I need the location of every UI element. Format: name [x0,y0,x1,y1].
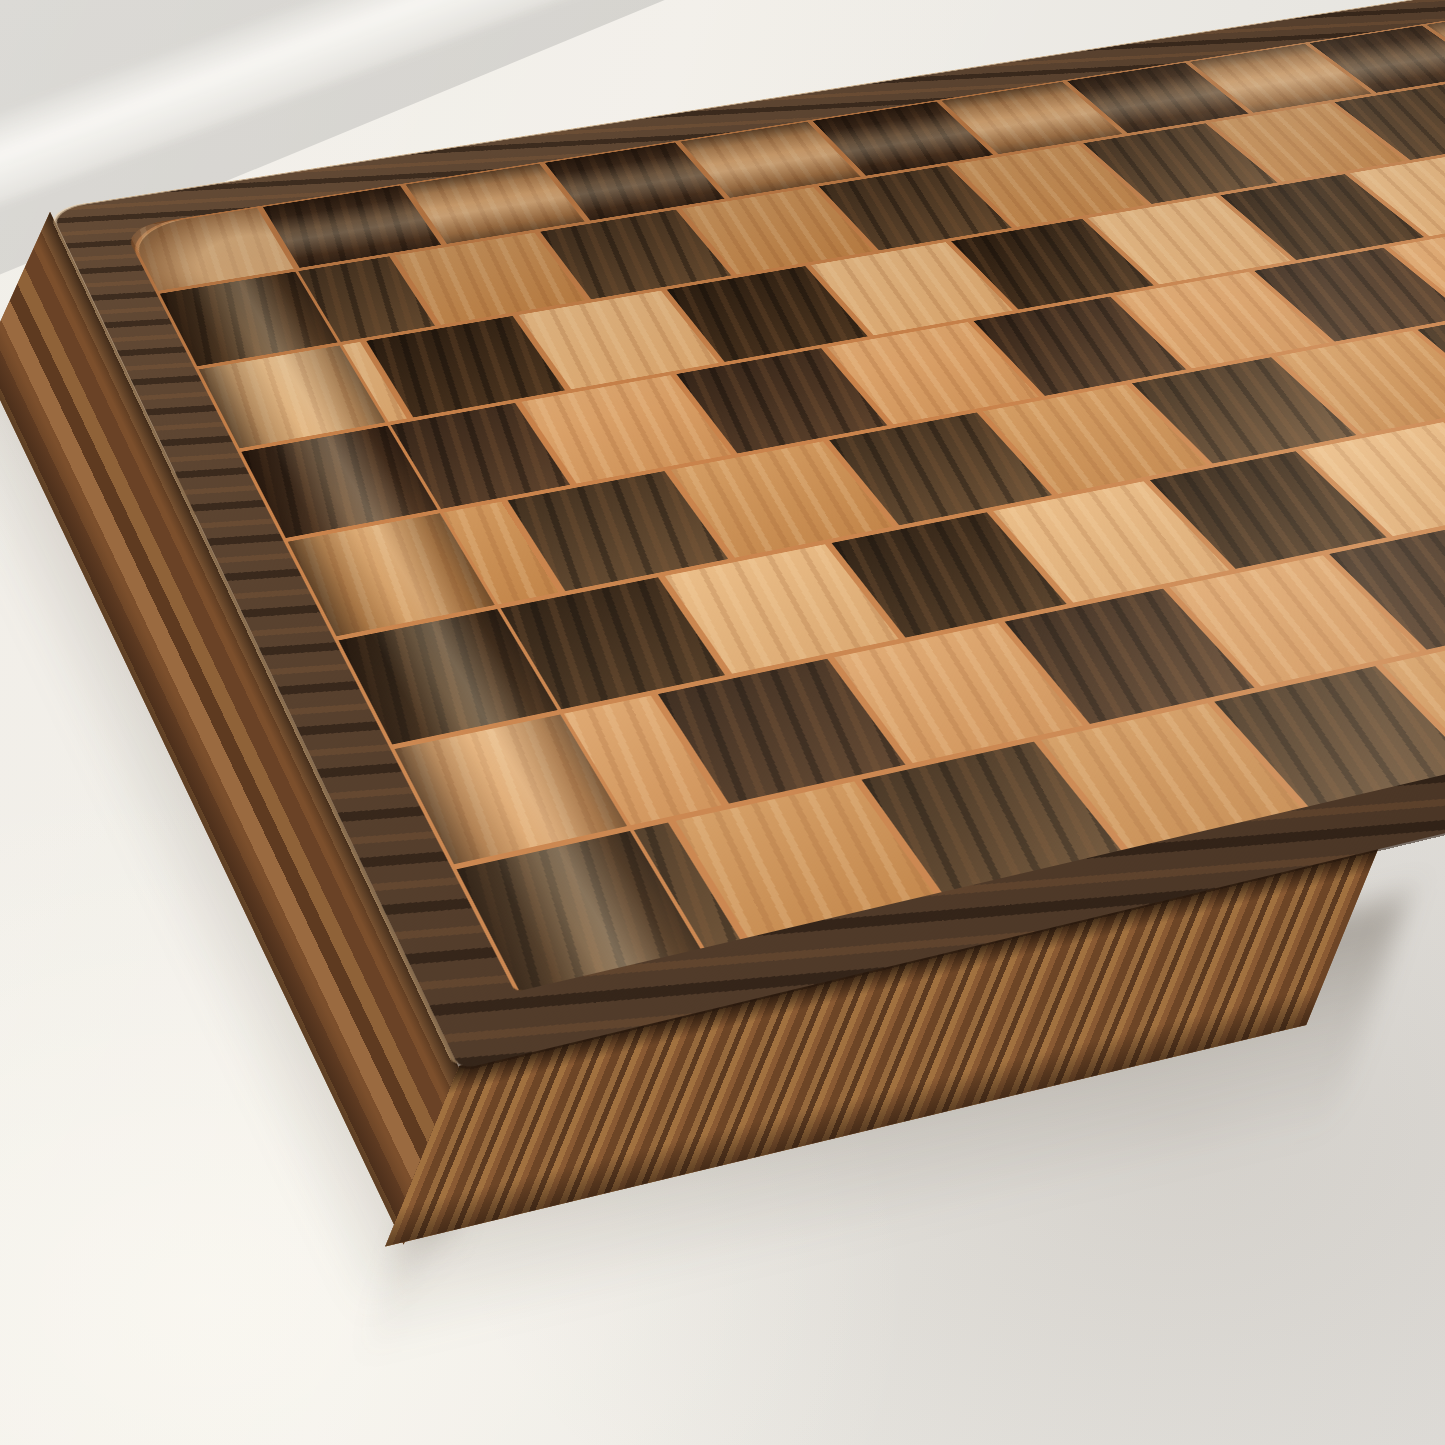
board-playing-surface [122,0,1445,992]
game-board [50,0,1445,1070]
board-3d-scene [0,0,1445,1445]
photo-scene [0,0,1445,1445]
